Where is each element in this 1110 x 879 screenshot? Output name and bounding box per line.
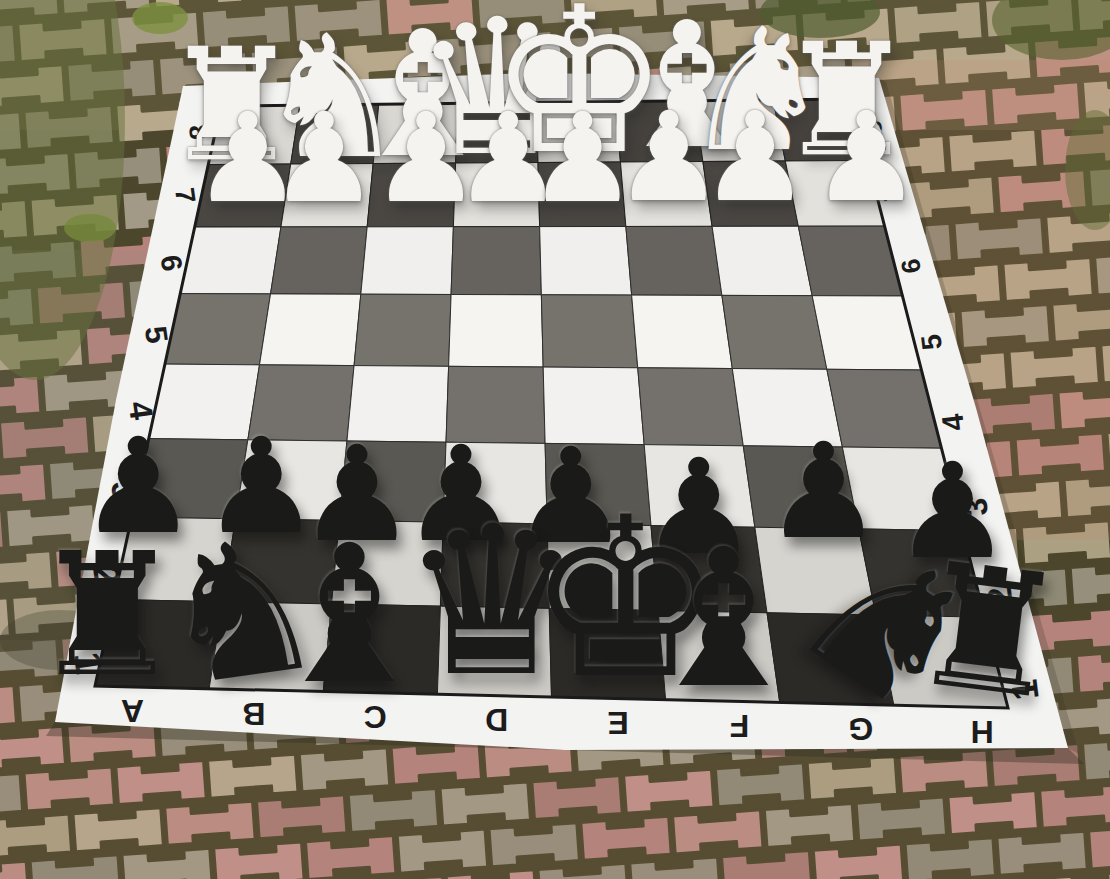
- outdoor-chess-photo: 88A77B66C55D44E33F22G11H ♜♞♝♛♚♝♞♜♟♟♟♟♟♟♟…: [0, 0, 1110, 879]
- black-pawn-b2: ♟: [202, 423, 320, 548]
- black-queen-d1: ♛: [400, 505, 585, 701]
- white-pawn-a7: ♟: [192, 100, 303, 217]
- black-knight-b1: ♞: [146, 513, 335, 711]
- white-knight-b8: ♞: [256, 18, 408, 179]
- white-knight-g8: ♞: [681, 11, 833, 172]
- white-pawn-g7: ♟: [700, 99, 811, 216]
- black-king-e1: ♚: [526, 493, 725, 703]
- white-rook-h8: ♜: [777, 26, 916, 173]
- white-bishop-c8: ♝: [344, 13, 500, 178]
- black-knight-g1: ♞: [771, 507, 1007, 746]
- white-pawn-c7: ♟: [371, 99, 482, 216]
- white-king-e8: ♚: [489, 0, 670, 177]
- black-pawn-f2: ♟: [639, 444, 757, 569]
- white-bishop-f8: ♝: [609, 4, 765, 169]
- black-pawn-e2: ♟: [512, 434, 630, 559]
- white-pawn-h7: ♟: [811, 99, 922, 216]
- white-pawn-f7: ♟: [614, 99, 725, 216]
- black-pawn-c2: ♟: [298, 432, 416, 557]
- white-rook-a8: ♜: [162, 32, 301, 179]
- white-pawn-e7: ♟: [527, 99, 638, 216]
- white-pawn-d7: ♟: [453, 99, 564, 216]
- black-bishop-c1: ♝: [264, 525, 435, 706]
- black-bishop-f1: ♝: [638, 529, 809, 710]
- white-queen-d8: ♛: [413, 0, 582, 178]
- black-rook-h1: ♜: [903, 542, 1074, 721]
- pieces-layer: ♜♞♝♛♚♝♞♜♟♟♟♟♟♟♟♟♟♟♟♟♟♟♟♟♜♞♝♛♚♝♞♜: [0, 0, 1110, 879]
- black-pawn-g2: ♟: [764, 429, 882, 554]
- black-pawn-h2: ♟: [893, 449, 1011, 574]
- white-pawn-b7: ♟: [269, 99, 380, 216]
- black-rook-a1: ♜: [31, 535, 183, 696]
- black-pawn-a2: ♟: [79, 423, 197, 548]
- black-pawn-d2: ♟: [402, 432, 520, 557]
